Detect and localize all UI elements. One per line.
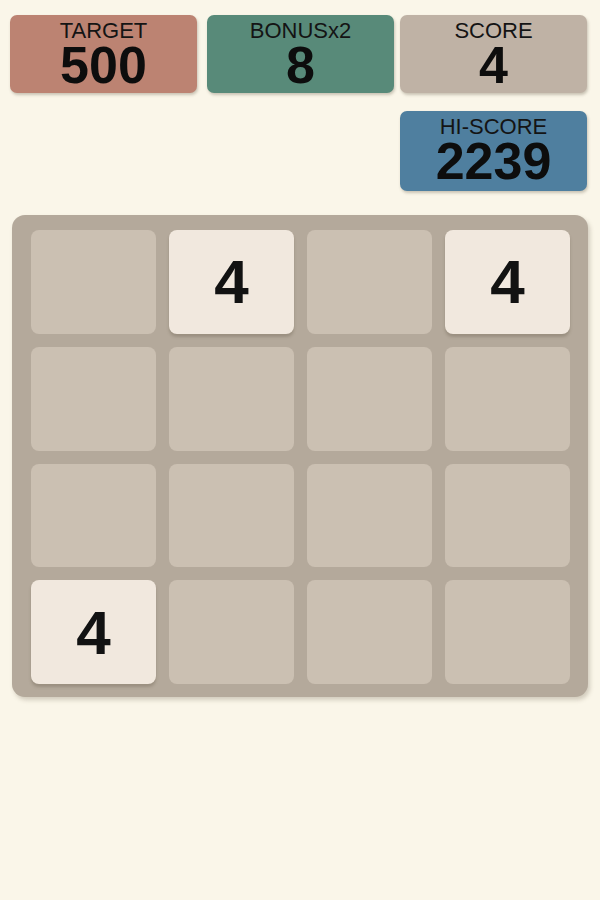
empty-cell <box>169 347 294 451</box>
hi-score-badge: HI-SCORE 2239 <box>400 111 587 191</box>
empty-cell <box>307 580 432 684</box>
board-grid[interactable]: 444 <box>12 215 588 697</box>
score-badge: SCORE 4 <box>400 15 587 93</box>
bonus-value: 8 <box>286 43 315 89</box>
empty-cell <box>169 580 294 684</box>
tile-4: 4 <box>169 230 294 334</box>
empty-cell <box>445 464 570 568</box>
empty-cell <box>307 347 432 451</box>
tile-4: 4 <box>31 580 156 684</box>
empty-cell <box>445 580 570 684</box>
empty-cell <box>169 464 294 568</box>
bonus-badge: BONUSx2 8 <box>207 15 394 93</box>
target-value: 500 <box>60 43 147 89</box>
tile-4: 4 <box>445 230 570 334</box>
empty-cell <box>31 230 156 334</box>
target-badge: TARGET 500 <box>10 15 197 93</box>
score-value: 4 <box>479 43 508 89</box>
empty-cell <box>31 464 156 568</box>
empty-cell <box>31 347 156 451</box>
empty-cell <box>445 347 570 451</box>
empty-cell <box>307 464 432 568</box>
hi-score-value: 2239 <box>436 139 552 185</box>
empty-cell <box>307 230 432 334</box>
